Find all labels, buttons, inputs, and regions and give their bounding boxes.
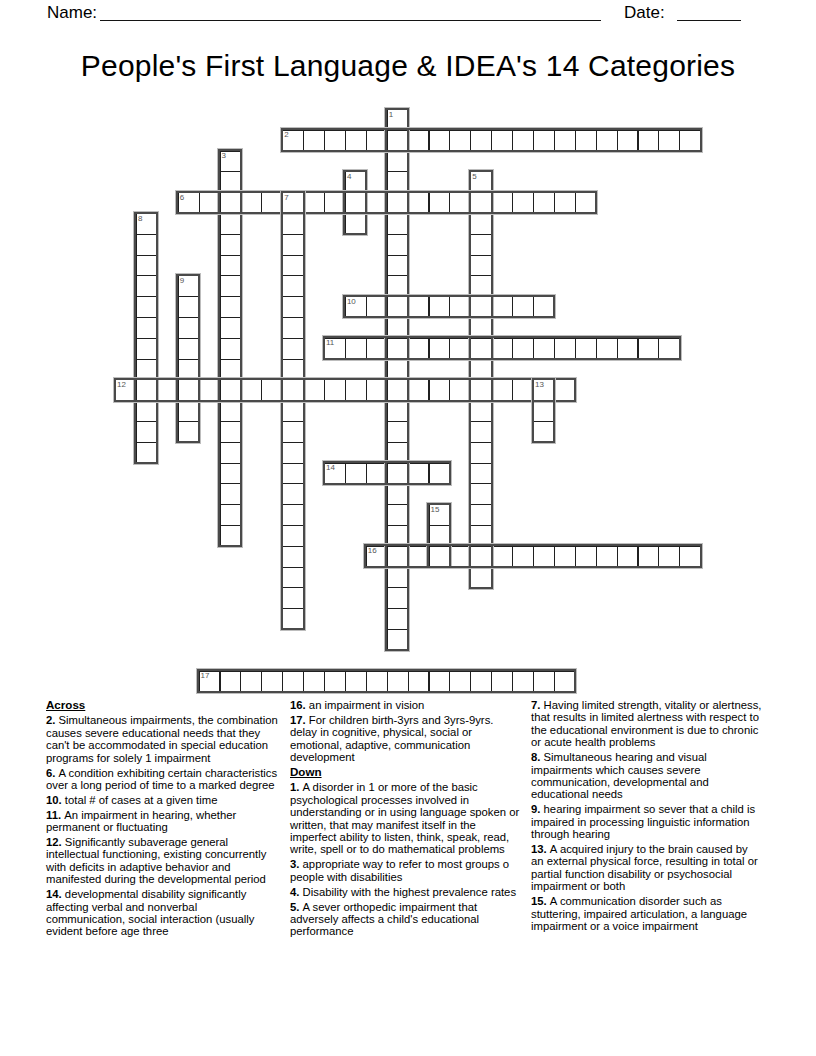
grid-cell[interactable] [178, 359, 200, 381]
grid-cell[interactable] [387, 421, 409, 443]
grid-cell[interactable] [178, 296, 200, 318]
grid-cell[interactable] [387, 546, 409, 568]
grid-cell[interactable] [387, 130, 409, 152]
grid-cell[interactable] [387, 608, 409, 630]
grid-cell[interactable] [575, 192, 597, 214]
clue-number: 1. [290, 781, 303, 793]
clue-text: developmental disability significantly a… [46, 888, 254, 937]
clue-item-9-down: 9. hearing impairment so sever that a ch… [531, 803, 763, 840]
clue-item-16-across: 16. an impairment in vision [290, 699, 522, 711]
clue-number: 10. [46, 794, 65, 806]
grid-cell[interactable] [366, 296, 388, 318]
clue-number: 12. [46, 836, 65, 848]
grid-cell[interactable] [366, 463, 388, 485]
grid-cell[interactable] [282, 400, 304, 422]
clue-text: An impairment in hearing, whether perman… [46, 809, 236, 833]
grid-cell[interactable] [282, 463, 304, 485]
grid-cell[interactable] [512, 338, 534, 360]
grid-cell[interactable] [136, 400, 158, 422]
grid-cell[interactable] [429, 463, 451, 485]
clue-number: 14. [46, 888, 65, 900]
grid-cell[interactable] [449, 192, 471, 214]
clue-item-12-across: 12. Significantly subaverage general int… [46, 836, 278, 886]
grid-cell[interactable] [470, 421, 492, 443]
grid-cell[interactable] [387, 629, 409, 651]
page-title: People's First Language & IDEA's 14 Cate… [0, 49, 816, 83]
grid-cell[interactable] [220, 255, 242, 277]
clue-number: 4. [290, 886, 303, 898]
grid-cell[interactable] [470, 546, 492, 568]
clue-text: Simultaneous hearing and visual impairme… [531, 751, 709, 800]
grid-cell[interactable] [282, 504, 304, 526]
clue-item-7-down: 7. Having limited strength, vitality or … [531, 699, 763, 749]
grid-cell[interactable] [533, 379, 555, 401]
grid-cell[interactable] [220, 379, 242, 401]
grid-cell[interactable] [491, 192, 513, 214]
clue-text: appropriate way to refer to most groups … [290, 858, 509, 882]
grid-cell[interactable] [324, 192, 346, 214]
grid-cell[interactable] [470, 379, 492, 401]
name-label: Name: [47, 3, 97, 23]
grid-cell[interactable] [345, 296, 367, 318]
clue-text: A communication disorder such as stutter… [531, 895, 747, 932]
clue-text: Simultaneous impairments, the combinatio… [46, 714, 278, 763]
grid-cell[interactable] [136, 275, 158, 297]
grid-cell[interactable] [282, 671, 304, 693]
clue-number: 7. [531, 699, 544, 711]
clue-number: 5. [290, 901, 303, 913]
worksheet-page: Name: Date: People's First Language & ID… [0, 0, 816, 1056]
name-line [100, 0, 601, 21]
grid-cell[interactable] [470, 671, 492, 693]
crossword-grid: 1234567891011121314151617 [115, 109, 702, 693]
grid-cell[interactable] [429, 296, 451, 318]
grid-cell[interactable] [470, 255, 492, 277]
grid-cell[interactable] [220, 275, 242, 297]
grid-cell[interactable] [617, 130, 639, 152]
clue-item-11-across: 11. An impairment in hearing, whether pe… [46, 809, 278, 834]
grid-cell[interactable] [408, 379, 430, 401]
grid-cell[interactable] [470, 338, 492, 360]
grid-cell[interactable] [638, 546, 660, 568]
clue-text: Having limited strength, vitality or ale… [531, 699, 761, 748]
grid-cell[interactable] [220, 359, 242, 381]
clue-text: A acquired injury to the brain caused by… [531, 843, 758, 892]
grid-cell[interactable] [282, 234, 304, 256]
grid-cell[interactable] [470, 463, 492, 485]
grid-cell[interactable] [282, 608, 304, 630]
grid-cell[interactable] [658, 338, 680, 360]
clue-item-3-down: 3. appropriate way to refer to most grou… [290, 858, 522, 883]
grid-cell[interactable] [512, 671, 534, 693]
grid-cell[interactable] [240, 379, 262, 401]
grid-cell[interactable] [345, 213, 367, 235]
grid-cell[interactable] [136, 296, 158, 318]
grid-cell[interactable] [282, 567, 304, 589]
grid-cell[interactable] [220, 421, 242, 443]
grid-cell[interactable] [554, 379, 576, 401]
grid-cell[interactable] [533, 671, 555, 693]
clue-number: 6. [46, 767, 59, 779]
grid-cell[interactable] [387, 671, 409, 693]
grid-cell[interactable] [387, 400, 409, 422]
grid-cell[interactable] [220, 234, 242, 256]
grid-cell[interactable] [178, 379, 200, 401]
clue-text: an impairment in vision [309, 699, 425, 711]
grid-cell[interactable] [554, 130, 576, 152]
grid-cell[interactable] [282, 525, 304, 547]
grid-cell[interactable] [408, 546, 430, 568]
clue-text: Significantly subaverage general intelle… [46, 836, 266, 885]
grid-cell[interactable] [261, 192, 283, 214]
grid-cell[interactable] [429, 338, 451, 360]
clue-number: 8. [531, 751, 544, 763]
grid-cell[interactable] [512, 130, 534, 152]
grid-cell[interactable] [387, 525, 409, 547]
grid-cell[interactable] [408, 463, 430, 485]
grid-cell[interactable] [512, 546, 534, 568]
clue-number: 15. [531, 895, 550, 907]
grid-cell[interactable] [366, 379, 388, 401]
grid-cell[interactable] [282, 338, 304, 360]
grid-cell[interactable] [282, 255, 304, 277]
clue-item-13-down: 13. A acquired injury to the brain cause… [531, 843, 763, 893]
clue-number: 13. [531, 843, 550, 855]
grid-cell[interactable] [533, 338, 555, 360]
grid-cell[interactable] [554, 671, 576, 693]
grid-cell[interactable] [512, 192, 534, 214]
grid-cell[interactable] [387, 359, 409, 381]
grid-cell[interactable] [303, 379, 325, 401]
grid-cell[interactable] [220, 338, 242, 360]
grid-cell[interactable] [533, 296, 555, 318]
grid-cell[interactable] [220, 192, 242, 214]
grid-cell[interactable] [282, 359, 304, 381]
grid-cell[interactable] [136, 421, 158, 443]
grid-cell[interactable] [449, 379, 471, 401]
grid-cell[interactable] [282, 213, 304, 235]
grid-cell[interactable] [449, 296, 471, 318]
grid-cell[interactable] [345, 463, 367, 485]
grid-cell[interactable] [366, 546, 388, 568]
grid-cell[interactable] [470, 171, 492, 193]
grid-cell[interactable] [261, 379, 283, 401]
grid-cell[interactable] [470, 525, 492, 547]
clue-item-2-across: 2. Simultaneous impairments, the combina… [46, 714, 278, 764]
grid-cell[interactable] [199, 379, 221, 401]
grid-cell[interactable] [470, 234, 492, 256]
grid-cell[interactable] [617, 338, 639, 360]
grid-cell[interactable] [220, 400, 242, 422]
clue-column-1: Across2. Simultaneous impairments, the c… [46, 699, 278, 940]
grid-cell[interactable] [554, 546, 576, 568]
clue-number: 9. [531, 803, 544, 815]
grid-cell[interactable] [387, 213, 409, 235]
grid-cell[interactable] [345, 192, 367, 214]
grid-cell[interactable] [282, 546, 304, 568]
grid-cell[interactable] [408, 338, 430, 360]
grid-cell[interactable] [282, 275, 304, 297]
grid-cell[interactable] [345, 338, 367, 360]
clue-number: 16. [290, 699, 309, 711]
grid-cell[interactable] [470, 296, 492, 318]
grid-cell[interactable] [178, 317, 200, 339]
grid-cell[interactable] [220, 463, 242, 485]
grid-cell[interactable] [136, 442, 158, 464]
grid-cell[interactable] [387, 255, 409, 277]
grid-cell[interactable] [429, 379, 451, 401]
grid-cell[interactable] [679, 546, 701, 568]
grid-cell[interactable] [324, 463, 346, 485]
grid-cell[interactable] [282, 421, 304, 443]
grid-cell[interactable] [449, 671, 471, 693]
grid-cell[interactable] [387, 234, 409, 256]
grid-cell[interactable] [282, 587, 304, 609]
grid-cell[interactable] [408, 130, 430, 152]
grid-cell[interactable] [470, 442, 492, 464]
grid-cell[interactable] [387, 171, 409, 193]
grid-cell[interactable] [240, 192, 262, 214]
grid-cell[interactable] [470, 504, 492, 526]
grid-cell[interactable] [282, 317, 304, 339]
grid-cell[interactable] [220, 151, 242, 173]
clue-text: A disorder in 1 or more of the basic psy… [290, 781, 519, 855]
grid-cell[interactable] [533, 421, 555, 443]
grid-cell[interactable] [220, 317, 242, 339]
date-line [677, 0, 741, 21]
grid-cell[interactable] [470, 317, 492, 339]
grid-cell[interactable] [387, 587, 409, 609]
grid-cell[interactable] [199, 192, 221, 214]
grid-cell[interactable] [387, 483, 409, 505]
grid-cell[interactable] [679, 130, 701, 152]
grid-cell[interactable] [345, 171, 367, 193]
grid-cell[interactable] [533, 130, 555, 152]
grid-cell[interactable] [491, 379, 513, 401]
grid-cell[interactable] [178, 400, 200, 422]
grid-cell[interactable] [491, 130, 513, 152]
grid-cell[interactable] [449, 130, 471, 152]
grid-cell[interactable] [429, 546, 451, 568]
grid-cell[interactable] [220, 525, 242, 547]
grid-cell[interactable] [533, 546, 555, 568]
grid-cell[interactable] [638, 338, 660, 360]
grid-cell[interactable] [366, 338, 388, 360]
clue-text: For children birth-3yrs and 3yrs-9yrs. d… [290, 714, 493, 763]
grid-cell[interactable] [387, 192, 409, 214]
grid-cell[interactable] [303, 192, 325, 214]
grid-cell[interactable] [429, 192, 451, 214]
clue-text: hearing impairment so sever that a child… [531, 803, 755, 840]
clue-number: 3. [290, 858, 303, 870]
grid-cell[interactable] [136, 359, 158, 381]
grid-cell[interactable] [345, 130, 367, 152]
clue-item-1-down: 1. A disorder in 1 or more of the basic … [290, 781, 522, 855]
grid-cell[interactable] [617, 546, 639, 568]
grid-cell[interactable] [554, 338, 576, 360]
date-label: Date: [624, 3, 665, 23]
grid-cell[interactable] [282, 296, 304, 318]
grid-cell[interactable] [408, 296, 430, 318]
grid-cell[interactable] [387, 379, 409, 401]
grid-cell[interactable] [220, 213, 242, 235]
grid-cell[interactable] [136, 379, 158, 401]
grid-cell[interactable] [178, 338, 200, 360]
grid-cell[interactable] [575, 338, 597, 360]
clue-item-4-down: 4. Disability with the highest prevalenc… [290, 886, 522, 898]
clue-item-5-down: 5. A sever orthopedic impairment that ad… [290, 901, 522, 938]
grid-cell[interactable] [596, 338, 618, 360]
grid-cell[interactable] [136, 255, 158, 277]
grid-cell[interactable] [178, 421, 200, 443]
grid-cell[interactable] [638, 130, 660, 152]
grid-cell[interactable] [449, 338, 471, 360]
grid-cell[interactable] [178, 192, 200, 214]
grid-cell[interactable] [366, 671, 388, 693]
grid-cell[interactable] [387, 296, 409, 318]
grid-cell[interactable] [554, 192, 576, 214]
grid-cell[interactable] [429, 130, 451, 152]
grid-cell[interactable] [408, 192, 430, 214]
grid-cell[interactable] [282, 130, 304, 152]
grid-cell[interactable] [136, 338, 158, 360]
grid-cell[interactable] [220, 296, 242, 318]
grid-cell[interactable] [387, 275, 409, 297]
grid-cell[interactable] [136, 234, 158, 256]
grid-cell[interactable] [366, 192, 388, 214]
grid-cell[interactable] [366, 130, 388, 152]
grid-cell[interactable] [220, 483, 242, 505]
grid-cell[interactable] [220, 671, 242, 693]
grid-cell[interactable] [408, 671, 430, 693]
grid-cell[interactable] [387, 317, 409, 339]
grid-cell[interactable] [533, 400, 555, 422]
grid-cell[interactable] [220, 504, 242, 526]
clue-item-17-across: 17. For children birth-3yrs and 3yrs-9yr… [290, 714, 522, 764]
grid-cell[interactable] [491, 671, 513, 693]
grid-cell[interactable] [282, 192, 304, 214]
grid-cell[interactable] [303, 671, 325, 693]
clue-item-14-across: 14. developmental disability significant… [46, 888, 278, 938]
grid-cell[interactable] [282, 483, 304, 505]
clue-item-10-across: 10. total # of cases at a given time [46, 794, 278, 806]
grid-cell[interactable] [658, 546, 680, 568]
across-header: Across [46, 699, 278, 711]
clue-item-6-across: 6. A condition exhibiting certain charac… [46, 767, 278, 792]
down-header: Down [290, 766, 522, 778]
grid-cell[interactable] [220, 171, 242, 193]
grid-cell[interactable] [470, 400, 492, 422]
grid-cell[interactable] [575, 546, 597, 568]
grid-cell[interactable] [470, 192, 492, 214]
grid-cell[interactable] [324, 379, 346, 401]
grid-cell[interactable] [345, 671, 367, 693]
clue-number: 11. [46, 809, 64, 821]
grid-cell[interactable] [429, 671, 451, 693]
grid-cell[interactable] [491, 546, 513, 568]
grid-cell[interactable] [596, 130, 618, 152]
grid-cell[interactable] [387, 567, 409, 589]
grid-cell[interactable] [470, 567, 492, 589]
grid-cell[interactable] [282, 442, 304, 464]
grid-cell[interactable] [575, 130, 597, 152]
grid-cell[interactable] [387, 109, 409, 131]
grid-cell[interactable] [387, 338, 409, 360]
grid-cell[interactable] [470, 359, 492, 381]
grid-cell[interactable] [387, 151, 409, 173]
grid-cell[interactable] [324, 130, 346, 152]
grid-cell[interactable] [136, 317, 158, 339]
grid-cell[interactable] [533, 192, 555, 214]
clue-column-3: 7. Having limited strength, vitality or … [531, 699, 763, 935]
grid-cell[interactable] [136, 213, 158, 235]
grid-cell[interactable] [240, 671, 262, 693]
clue-text: total # of cases at a given time [65, 794, 218, 806]
grid-cell[interactable] [429, 525, 451, 547]
grid-cell[interactable] [282, 379, 304, 401]
clue-column-2: 16. an impairment in vision17. For child… [290, 699, 522, 940]
grid-cell[interactable] [387, 442, 409, 464]
grid-cell[interactable] [491, 338, 513, 360]
grid-cell[interactable] [470, 275, 492, 297]
clue-number: 17. [290, 714, 309, 726]
grid-cell[interactable] [115, 379, 137, 401]
clue-number: 2. [46, 714, 59, 726]
grid-cell[interactable] [429, 504, 451, 526]
grid-cell[interactable] [596, 546, 618, 568]
grid-cell[interactable] [658, 130, 680, 152]
grid-cell[interactable] [261, 671, 283, 693]
grid-cell[interactable] [470, 213, 492, 235]
grid-cell[interactable] [178, 275, 200, 297]
clue-text: A condition exhibiting certain character… [46, 767, 277, 791]
grid-cell[interactable] [449, 546, 471, 568]
clue-text: A sever orthopedic impairment that adver… [290, 901, 479, 938]
clue-text: Disability with the highest prevalence r… [303, 886, 517, 898]
grid-cell[interactable] [220, 442, 242, 464]
clue-item-8-down: 8. Simultaneous hearing and visual impai… [531, 751, 763, 801]
grid-cell[interactable] [324, 671, 346, 693]
grid-cell[interactable] [387, 504, 409, 526]
grid-cell[interactable] [345, 379, 367, 401]
grid-cell[interactable] [491, 296, 513, 318]
grid-cell[interactable] [387, 463, 409, 485]
grid-cell[interactable] [303, 130, 325, 152]
grid-cell[interactable] [512, 379, 534, 401]
grid-cell[interactable] [512, 296, 534, 318]
grid-cell[interactable] [199, 671, 221, 693]
grid-cell[interactable] [157, 379, 179, 401]
clue-item-15-down: 15. A communication disorder such as stu… [531, 895, 763, 932]
grid-cell[interactable] [470, 483, 492, 505]
grid-cell[interactable] [470, 130, 492, 152]
grid-cell[interactable] [324, 338, 346, 360]
